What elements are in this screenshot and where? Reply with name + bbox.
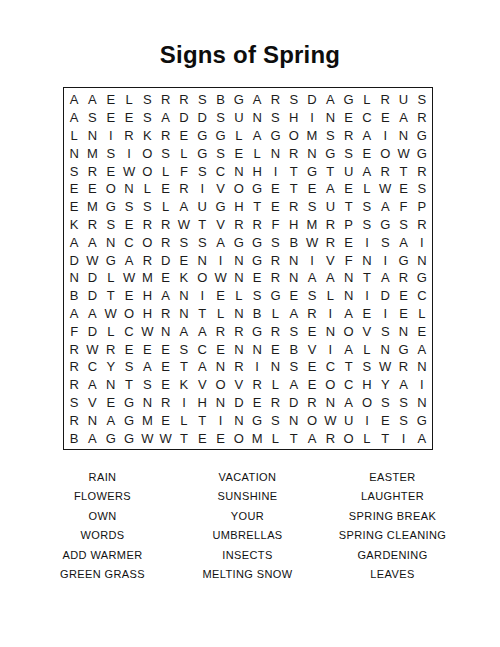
- grid-cell-r20c15[interactable]: R: [321, 429, 339, 447]
- grid-cell-r17c1[interactable]: R: [65, 376, 83, 394]
- grid-cell-r16c17[interactable]: S: [358, 358, 376, 376]
- grid-cell-r13c15[interactable]: I: [321, 305, 339, 323]
- grid-cell-r10c6[interactable]: D: [156, 251, 174, 269]
- grid-cell-r2c1[interactable]: A: [65, 109, 83, 127]
- grid-cell-r6c15[interactable]: A: [321, 180, 339, 198]
- grid-cell-r11c18[interactable]: A: [376, 269, 394, 287]
- grid-cell-r14c14[interactable]: E: [303, 322, 321, 340]
- grid-cell-r1c9[interactable]: B: [211, 91, 229, 109]
- grid-cell-r6c18[interactable]: W: [376, 180, 394, 198]
- grid-cell-r17c17[interactable]: H: [358, 376, 376, 394]
- grid-cell-r10c3[interactable]: G: [102, 251, 120, 269]
- grid-cell-r15c11[interactable]: N: [248, 340, 266, 358]
- grid-cell-r4c6[interactable]: S: [156, 144, 174, 162]
- grid-cell-r8c3[interactable]: S: [102, 216, 120, 234]
- grid-cell-r3c7[interactable]: E: [175, 127, 193, 145]
- grid-cell-r13c1[interactable]: A: [65, 305, 83, 323]
- grid-cell-r13c5[interactable]: H: [138, 305, 156, 323]
- grid-cell-r4c2[interactable]: M: [83, 144, 101, 162]
- grid-cell-r17c20[interactable]: I: [413, 376, 431, 394]
- grid-cell-r13c19[interactable]: E: [394, 305, 412, 323]
- grid-cell-r7c9[interactable]: G: [211, 198, 229, 216]
- grid-cell-r18c15[interactable]: N: [321, 394, 339, 412]
- grid-cell-r6c12[interactable]: E: [266, 180, 284, 198]
- grid-cell-r13c12[interactable]: L: [266, 305, 284, 323]
- grid-cell-r7c10[interactable]: H: [230, 198, 248, 216]
- grid-cell-r11c3[interactable]: L: [102, 269, 120, 287]
- grid-cell-r20c9[interactable]: E: [211, 429, 229, 447]
- grid-cell-r8c10[interactable]: R: [230, 216, 248, 234]
- grid-cell-r9c7[interactable]: S: [175, 233, 193, 251]
- grid-cell-r11c7[interactable]: K: [175, 269, 193, 287]
- grid-cell-r3c12[interactable]: G: [266, 127, 284, 145]
- grid-cell-r5c18[interactable]: R: [376, 162, 394, 180]
- grid-cell-r13c16[interactable]: A: [339, 305, 357, 323]
- grid-cell-r13c20[interactable]: L: [413, 305, 431, 323]
- grid-cell-r9c9[interactable]: A: [211, 233, 229, 251]
- grid-cell-r9c11[interactable]: G: [248, 233, 266, 251]
- grid-cell-r6c9[interactable]: V: [211, 180, 229, 198]
- grid-cell-r13c6[interactable]: R: [156, 305, 174, 323]
- grid-cell-r5c3[interactable]: E: [102, 162, 120, 180]
- grid-cell-r3c18[interactable]: I: [376, 127, 394, 145]
- grid-cell-r6c3[interactable]: O: [102, 180, 120, 198]
- grid-cell-r4c13[interactable]: R: [285, 144, 303, 162]
- grid-cell-r7c18[interactable]: A: [376, 198, 394, 216]
- grid-cell-r14c11[interactable]: G: [248, 322, 266, 340]
- grid-cell-r11c16[interactable]: N: [339, 269, 357, 287]
- grid-cell-r7c16[interactable]: T: [339, 198, 357, 216]
- grid-cell-r18c5[interactable]: N: [138, 394, 156, 412]
- grid-cell-r14c18[interactable]: S: [376, 322, 394, 340]
- grid-cell-r1c7[interactable]: R: [175, 91, 193, 109]
- grid-cell-r14c6[interactable]: N: [156, 322, 174, 340]
- grid-cell-r14c4[interactable]: C: [120, 322, 138, 340]
- grid-cell-r6c7[interactable]: R: [175, 180, 193, 198]
- grid-cell-r2c20[interactable]: R: [413, 109, 431, 127]
- grid-cell-r15c9[interactable]: E: [211, 340, 229, 358]
- grid-cell-r6c16[interactable]: E: [339, 180, 357, 198]
- grid-cell-r18c19[interactable]: S: [394, 394, 412, 412]
- grid-cell-r12c12[interactable]: G: [266, 287, 284, 305]
- grid-cell-r10c20[interactable]: N: [413, 251, 431, 269]
- grid-cell-r14c2[interactable]: D: [83, 322, 101, 340]
- grid-cell-r20c12[interactable]: L: [266, 429, 284, 447]
- grid-cell-r15c12[interactable]: E: [266, 340, 284, 358]
- grid-cell-r12c14[interactable]: S: [303, 287, 321, 305]
- grid-cell-r11c12[interactable]: R: [266, 269, 284, 287]
- grid-cell-r17c7[interactable]: K: [175, 376, 193, 394]
- grid-cell-r1c2[interactable]: A: [83, 91, 101, 109]
- grid-cell-r12c13[interactable]: E: [285, 287, 303, 305]
- grid-cell-r4c8[interactable]: G: [193, 144, 211, 162]
- grid-cell-r3c1[interactable]: L: [65, 127, 83, 145]
- grid-cell-r18c11[interactable]: E: [248, 394, 266, 412]
- grid-cell-r4c17[interactable]: E: [358, 144, 376, 162]
- grid-cell-r20c8[interactable]: E: [193, 429, 211, 447]
- grid-cell-r4c15[interactable]: G: [321, 144, 339, 162]
- grid-cell-r4c1[interactable]: N: [65, 144, 83, 162]
- grid-cell-r18c8[interactable]: H: [193, 394, 211, 412]
- grid-cell-r11c14[interactable]: A: [303, 269, 321, 287]
- grid-cell-r17c5[interactable]: S: [138, 376, 156, 394]
- grid-cell-r19c9[interactable]: I: [211, 411, 229, 429]
- grid-cell-r8c17[interactable]: S: [358, 216, 376, 234]
- grid-cell-r17c6[interactable]: E: [156, 376, 174, 394]
- grid-cell-r8c12[interactable]: F: [266, 216, 284, 234]
- grid-cell-r3c5[interactable]: K: [138, 127, 156, 145]
- grid-cell-r20c7[interactable]: T: [175, 429, 193, 447]
- grid-cell-r20c11[interactable]: M: [248, 429, 266, 447]
- grid-cell-r8c19[interactable]: S: [394, 216, 412, 234]
- grid-cell-r7c19[interactable]: F: [394, 198, 412, 216]
- grid-cell-r20c18[interactable]: T: [376, 429, 394, 447]
- grid-cell-r16c15[interactable]: C: [321, 358, 339, 376]
- grid-cell-r1c3[interactable]: E: [102, 91, 120, 109]
- grid-cell-r5c20[interactable]: R: [413, 162, 431, 180]
- grid-cell-r11c4[interactable]: W: [120, 269, 138, 287]
- grid-cell-r10c12[interactable]: R: [266, 251, 284, 269]
- grid-cell-r11c8[interactable]: O: [193, 269, 211, 287]
- grid-cell-r7c17[interactable]: S: [358, 198, 376, 216]
- grid-cell-r6c20[interactable]: S: [413, 180, 431, 198]
- grid-cell-r18c9[interactable]: N: [211, 394, 229, 412]
- grid-cell-r14c17[interactable]: V: [358, 322, 376, 340]
- grid-cell-r7c4[interactable]: S: [120, 198, 138, 216]
- grid-cell-r15c5[interactable]: E: [138, 340, 156, 358]
- grid-cell-r19c17[interactable]: I: [358, 411, 376, 429]
- grid-cell-r6c10[interactable]: O: [230, 180, 248, 198]
- grid-cell-r1c12[interactable]: R: [266, 91, 284, 109]
- grid-cell-r8c7[interactable]: W: [175, 216, 193, 234]
- grid-cell-r5c9[interactable]: C: [211, 162, 229, 180]
- grid-cell-r4c16[interactable]: S: [339, 144, 357, 162]
- grid-cell-r2c18[interactable]: E: [376, 109, 394, 127]
- grid-cell-r6c14[interactable]: E: [303, 180, 321, 198]
- grid-cell-r16c6[interactable]: E: [156, 358, 174, 376]
- grid-cell-r18c17[interactable]: O: [358, 394, 376, 412]
- grid-cell-r17c2[interactable]: A: [83, 376, 101, 394]
- grid-cell-r8c18[interactable]: G: [376, 216, 394, 234]
- grid-cell-r15c13[interactable]: B: [285, 340, 303, 358]
- grid-cell-r6c8[interactable]: I: [193, 180, 211, 198]
- grid-cell-r18c13[interactable]: D: [285, 394, 303, 412]
- grid-cell-r5c8[interactable]: S: [193, 162, 211, 180]
- grid-cell-r1c17[interactable]: L: [358, 91, 376, 109]
- grid-cell-r12c3[interactable]: T: [102, 287, 120, 305]
- grid-cell-r9c3[interactable]: N: [102, 233, 120, 251]
- grid-cell-r1c4[interactable]: L: [120, 91, 138, 109]
- grid-cell-r16c8[interactable]: A: [193, 358, 211, 376]
- grid-cell-r10c1[interactable]: D: [65, 251, 83, 269]
- grid-cell-r13c10[interactable]: N: [230, 305, 248, 323]
- grid-cell-r20c20[interactable]: A: [413, 429, 431, 447]
- grid-cell-r19c7[interactable]: L: [175, 411, 193, 429]
- grid-cell-r17c18[interactable]: Y: [376, 376, 394, 394]
- grid-cell-r4c12[interactable]: N: [266, 144, 284, 162]
- grid-cell-r2c9[interactable]: S: [211, 109, 229, 127]
- grid-cell-r12c5[interactable]: H: [138, 287, 156, 305]
- grid-cell-r16c12[interactable]: N: [266, 358, 284, 376]
- grid-cell-r18c20[interactable]: N: [413, 394, 431, 412]
- grid-cell-r18c7[interactable]: I: [175, 394, 193, 412]
- grid-cell-r3c15[interactable]: S: [321, 127, 339, 145]
- grid-cell-r8c6[interactable]: R: [156, 216, 174, 234]
- grid-cell-r4c10[interactable]: E: [230, 144, 248, 162]
- grid-cell-r19c3[interactable]: A: [102, 411, 120, 429]
- grid-cell-r9c12[interactable]: S: [266, 233, 284, 251]
- grid-cell-r10c7[interactable]: E: [175, 251, 193, 269]
- grid-cell-r20c13[interactable]: T: [285, 429, 303, 447]
- grid-cell-r10c16[interactable]: F: [339, 251, 357, 269]
- grid-cell-r8c16[interactable]: P: [339, 216, 357, 234]
- grid-cell-r9c1[interactable]: A: [65, 233, 83, 251]
- grid-cell-r15c10[interactable]: N: [230, 340, 248, 358]
- grid-cell-r1c6[interactable]: R: [156, 91, 174, 109]
- grid-cell-r2c12[interactable]: S: [266, 109, 284, 127]
- grid-cell-r6c4[interactable]: N: [120, 180, 138, 198]
- grid-cell-r19c8[interactable]: T: [193, 411, 211, 429]
- grid-cell-r1c18[interactable]: R: [376, 91, 394, 109]
- grid-cell-r9c2[interactable]: A: [83, 233, 101, 251]
- grid-cell-r14c5[interactable]: W: [138, 322, 156, 340]
- grid-cell-r16c10[interactable]: R: [230, 358, 248, 376]
- grid-cell-r3c17[interactable]: A: [358, 127, 376, 145]
- grid-cell-r16c5[interactable]: A: [138, 358, 156, 376]
- grid-cell-r19c12[interactable]: S: [266, 411, 284, 429]
- grid-cell-r8c11[interactable]: R: [248, 216, 266, 234]
- grid-cell-r5c4[interactable]: W: [120, 162, 138, 180]
- grid-cell-r5c16[interactable]: U: [339, 162, 357, 180]
- grid-cell-r3c3[interactable]: I: [102, 127, 120, 145]
- grid-cell-r2c10[interactable]: U: [230, 109, 248, 127]
- grid-cell-r5c19[interactable]: T: [394, 162, 412, 180]
- grid-cell-r8c8[interactable]: T: [193, 216, 211, 234]
- grid-cell-r15c15[interactable]: I: [321, 340, 339, 358]
- grid-cell-r15c2[interactable]: W: [83, 340, 101, 358]
- grid-cell-r15c16[interactable]: A: [339, 340, 357, 358]
- grid-cell-r18c3[interactable]: E: [102, 394, 120, 412]
- grid-cell-r8c15[interactable]: R: [321, 216, 339, 234]
- grid-cell-r13c7[interactable]: N: [175, 305, 193, 323]
- grid-cell-r9c10[interactable]: G: [230, 233, 248, 251]
- grid-cell-r17c15[interactable]: O: [321, 376, 339, 394]
- grid-cell-r12c20[interactable]: C: [413, 287, 431, 305]
- grid-cell-r11c9[interactable]: W: [211, 269, 229, 287]
- grid-cell-r9c14[interactable]: W: [303, 233, 321, 251]
- grid-cell-r14c13[interactable]: S: [285, 322, 303, 340]
- grid-cell-r20c1[interactable]: B: [65, 429, 83, 447]
- grid-cell-r5c6[interactable]: L: [156, 162, 174, 180]
- grid-cell-r20c16[interactable]: O: [339, 429, 357, 447]
- grid-cell-r16c4[interactable]: S: [120, 358, 138, 376]
- grid-cell-r18c2[interactable]: V: [83, 394, 101, 412]
- grid-cell-r15c7[interactable]: S: [175, 340, 193, 358]
- grid-cell-r14c8[interactable]: A: [193, 322, 211, 340]
- grid-cell-r11c17[interactable]: T: [358, 269, 376, 287]
- grid-cell-r11c13[interactable]: N: [285, 269, 303, 287]
- grid-cell-r3c4[interactable]: R: [120, 127, 138, 145]
- grid-cell-r9c13[interactable]: B: [285, 233, 303, 251]
- grid-cell-r12c4[interactable]: E: [120, 287, 138, 305]
- grid-cell-r10c18[interactable]: I: [376, 251, 394, 269]
- grid-cell-r13c3[interactable]: W: [102, 305, 120, 323]
- grid-cell-r7c20[interactable]: P: [413, 198, 431, 216]
- grid-cell-r17c9[interactable]: O: [211, 376, 229, 394]
- grid-cell-r6c2[interactable]: E: [83, 180, 101, 198]
- grid-cell-r9c15[interactable]: R: [321, 233, 339, 251]
- grid-cell-r19c5[interactable]: M: [138, 411, 156, 429]
- grid-cell-r9c19[interactable]: A: [394, 233, 412, 251]
- grid-cell-r14c10[interactable]: R: [230, 322, 248, 340]
- grid-cell-r20c4[interactable]: G: [120, 429, 138, 447]
- grid-cell-r3c8[interactable]: G: [193, 127, 211, 145]
- grid-cell-r13c11[interactable]: B: [248, 305, 266, 323]
- grid-cell-r13c18[interactable]: I: [376, 305, 394, 323]
- grid-cell-r8c1[interactable]: K: [65, 216, 83, 234]
- grid-cell-r4c11[interactable]: L: [248, 144, 266, 162]
- grid-cell-r10c13[interactable]: N: [285, 251, 303, 269]
- grid-cell-r4c18[interactable]: O: [376, 144, 394, 162]
- grid-cell-r12c11[interactable]: S: [248, 287, 266, 305]
- grid-cell-r12c6[interactable]: A: [156, 287, 174, 305]
- grid-cell-r7c3[interactable]: G: [102, 198, 120, 216]
- grid-cell-r18c4[interactable]: G: [120, 394, 138, 412]
- grid-cell-r18c14[interactable]: R: [303, 394, 321, 412]
- grid-cell-r19c20[interactable]: G: [413, 411, 431, 429]
- grid-cell-r17c14[interactable]: E: [303, 376, 321, 394]
- grid-cell-r7c2[interactable]: M: [83, 198, 101, 216]
- grid-cell-r17c12[interactable]: L: [266, 376, 284, 394]
- grid-cell-r16c9[interactable]: N: [211, 358, 229, 376]
- grid-cell-r19c11[interactable]: G: [248, 411, 266, 429]
- grid-cell-r12c18[interactable]: D: [376, 287, 394, 305]
- grid-cell-r3c10[interactable]: L: [230, 127, 248, 145]
- grid-cell-r19c15[interactable]: W: [321, 411, 339, 429]
- grid-cell-r20c2[interactable]: A: [83, 429, 101, 447]
- grid-cell-r16c19[interactable]: R: [394, 358, 412, 376]
- grid-cell-r11c2[interactable]: D: [83, 269, 101, 287]
- grid-cell-r2c3[interactable]: E: [102, 109, 120, 127]
- grid-cell-r9c4[interactable]: C: [120, 233, 138, 251]
- grid-cell-r19c10[interactable]: N: [230, 411, 248, 429]
- grid-cell-r12c2[interactable]: D: [83, 287, 101, 305]
- grid-cell-r7c7[interactable]: A: [175, 198, 193, 216]
- grid-cell-r1c15[interactable]: A: [321, 91, 339, 109]
- grid-cell-r1c1[interactable]: A: [65, 91, 83, 109]
- grid-cell-r17c16[interactable]: C: [339, 376, 357, 394]
- grid-cell-r2c16[interactable]: E: [339, 109, 357, 127]
- grid-cell-r20c14[interactable]: A: [303, 429, 321, 447]
- grid-cell-r4c9[interactable]: S: [211, 144, 229, 162]
- grid-cell-r18c12[interactable]: R: [266, 394, 284, 412]
- grid-cell-r15c18[interactable]: N: [376, 340, 394, 358]
- grid-cell-r2c2[interactable]: S: [83, 109, 101, 127]
- grid-cell-r5c7[interactable]: F: [175, 162, 193, 180]
- grid-cell-r15c17[interactable]: L: [358, 340, 376, 358]
- grid-cell-r2c5[interactable]: S: [138, 109, 156, 127]
- grid-cell-r15c8[interactable]: C: [193, 340, 211, 358]
- grid-cell-r3c9[interactable]: G: [211, 127, 229, 145]
- grid-cell-r8c14[interactable]: M: [303, 216, 321, 234]
- grid-cell-r1c19[interactable]: U: [394, 91, 412, 109]
- grid-cell-r10c8[interactable]: N: [193, 251, 211, 269]
- grid-cell-r17c13[interactable]: A: [285, 376, 303, 394]
- grid-cell-r12c17[interactable]: I: [358, 287, 376, 305]
- grid-cell-r10c19[interactable]: G: [394, 251, 412, 269]
- grid-cell-r5c11[interactable]: H: [248, 162, 266, 180]
- grid-cell-r17c4[interactable]: T: [120, 376, 138, 394]
- grid-cell-r14c3[interactable]: L: [102, 322, 120, 340]
- grid-cell-r14c20[interactable]: E: [413, 322, 431, 340]
- grid-cell-r17c8[interactable]: V: [193, 376, 211, 394]
- grid-cell-r17c11[interactable]: R: [248, 376, 266, 394]
- grid-cell-r9c6[interactable]: R: [156, 233, 174, 251]
- grid-cell-r6c5[interactable]: L: [138, 180, 156, 198]
- grid-cell-r17c19[interactable]: A: [394, 376, 412, 394]
- grid-cell-r14c16[interactable]: O: [339, 322, 357, 340]
- grid-cell-r14c9[interactable]: R: [211, 322, 229, 340]
- grid-cell-r6c1[interactable]: E: [65, 180, 83, 198]
- grid-cell-r1c5[interactable]: S: [138, 91, 156, 109]
- grid-cell-r16c20[interactable]: N: [413, 358, 431, 376]
- grid-cell-r1c16[interactable]: G: [339, 91, 357, 109]
- grid-cell-r11c10[interactable]: N: [230, 269, 248, 287]
- grid-cell-r10c15[interactable]: V: [321, 251, 339, 269]
- grid-cell-r16c11[interactable]: I: [248, 358, 266, 376]
- grid-cell-r13c14[interactable]: R: [303, 305, 321, 323]
- grid-cell-r4c5[interactable]: O: [138, 144, 156, 162]
- grid-cell-r3c13[interactable]: O: [285, 127, 303, 145]
- grid-cell-r2c13[interactable]: H: [285, 109, 303, 127]
- grid-cell-r6c13[interactable]: T: [285, 180, 303, 198]
- grid-cell-r20c5[interactable]: W: [138, 429, 156, 447]
- grid-cell-r13c4[interactable]: O: [120, 305, 138, 323]
- grid-cell-r7c8[interactable]: U: [193, 198, 211, 216]
- grid-cell-r8c2[interactable]: R: [83, 216, 101, 234]
- grid-cell-r8c20[interactable]: R: [413, 216, 431, 234]
- grid-cell-r19c18[interactable]: E: [376, 411, 394, 429]
- grid-cell-r4c3[interactable]: S: [102, 144, 120, 162]
- grid-cell-r5c13[interactable]: T: [285, 162, 303, 180]
- grid-cell-r7c12[interactable]: E: [266, 198, 284, 216]
- grid-cell-r9c5[interactable]: O: [138, 233, 156, 251]
- grid-cell-r2c8[interactable]: D: [193, 109, 211, 127]
- grid-cell-r4c19[interactable]: W: [394, 144, 412, 162]
- grid-cell-r19c13[interactable]: N: [285, 411, 303, 429]
- grid-cell-r4c14[interactable]: N: [303, 144, 321, 162]
- grid-cell-r2c4[interactable]: E: [120, 109, 138, 127]
- grid-cell-r16c7[interactable]: T: [175, 358, 193, 376]
- grid-cell-r12c9[interactable]: E: [211, 287, 229, 305]
- grid-cell-r5c12[interactable]: I: [266, 162, 284, 180]
- grid-cell-r2c11[interactable]: N: [248, 109, 266, 127]
- grid-cell-r15c19[interactable]: G: [394, 340, 412, 358]
- grid-cell-r11c5[interactable]: M: [138, 269, 156, 287]
- grid-cell-r10c14[interactable]: I: [303, 251, 321, 269]
- grid-cell-r6c6[interactable]: E: [156, 180, 174, 198]
- grid-cell-r10c10[interactable]: N: [230, 251, 248, 269]
- grid-cell-r2c6[interactable]: A: [156, 109, 174, 127]
- grid-cell-r11c20[interactable]: G: [413, 269, 431, 287]
- grid-cell-r2c7[interactable]: D: [175, 109, 193, 127]
- grid-cell-r11c15[interactable]: A: [321, 269, 339, 287]
- grid-cell-r18c6[interactable]: R: [156, 394, 174, 412]
- grid-cell-r3c2[interactable]: N: [83, 127, 101, 145]
- grid-cell-r20c6[interactable]: W: [156, 429, 174, 447]
- grid-cell-r11c11[interactable]: E: [248, 269, 266, 287]
- grid-cell-r13c9[interactable]: L: [211, 305, 229, 323]
